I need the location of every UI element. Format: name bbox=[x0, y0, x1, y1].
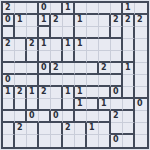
cell-r7c10[interactable] bbox=[111, 75, 123, 87]
room-clue: 2 bbox=[29, 39, 35, 49]
cell-r12c1[interactable] bbox=[3, 135, 15, 147]
cell-r8c1[interactable]: 1 bbox=[3, 87, 15, 99]
cell-r3c1[interactable] bbox=[3, 27, 15, 39]
cell-r5c8[interactable] bbox=[87, 51, 99, 63]
cell-r9c6[interactable] bbox=[63, 99, 75, 111]
cell-r9c7[interactable]: 1 bbox=[75, 99, 87, 111]
cell-r7c3[interactable] bbox=[27, 75, 39, 87]
cell-r10c2[interactable] bbox=[15, 111, 27, 123]
cell-r11c4[interactable] bbox=[39, 123, 51, 135]
cell-r1c10[interactable] bbox=[111, 3, 123, 15]
cell-r11c8[interactable]: 1 bbox=[87, 123, 99, 135]
room-clue: 2 bbox=[65, 123, 71, 133]
cell-r2c8[interactable] bbox=[87, 15, 99, 27]
cell-r12c6[interactable] bbox=[63, 135, 75, 147]
cell-r4c6[interactable]: 1 bbox=[63, 39, 75, 51]
cell-r5c3[interactable] bbox=[27, 51, 39, 63]
room-clue: 1 bbox=[41, 39, 47, 49]
cell-r11c6[interactable]: 2 bbox=[63, 123, 75, 135]
cell-r6c1[interactable] bbox=[3, 63, 15, 75]
cell-r8c5[interactable] bbox=[51, 87, 63, 99]
room-clue: 2 bbox=[125, 15, 131, 25]
cell-r1c11[interactable]: 1 bbox=[123, 3, 135, 15]
cell-r8c2[interactable]: 2 bbox=[15, 87, 27, 99]
room-clue: 0 bbox=[41, 63, 47, 73]
room-clue: 2 bbox=[101, 63, 107, 73]
cell-r10c11[interactable] bbox=[123, 111, 135, 123]
cell-r3c3[interactable] bbox=[27, 27, 39, 39]
cell-r2c5[interactable]: 2 bbox=[51, 15, 63, 27]
cell-r1c4[interactable]: 0 bbox=[39, 3, 51, 15]
room-clue: 1 bbox=[125, 63, 131, 73]
cell-r5c6[interactable] bbox=[63, 51, 75, 63]
cell-r8c6[interactable]: 1 bbox=[63, 87, 75, 99]
cell-r9c1[interactable] bbox=[3, 99, 15, 111]
room-clue: 2 bbox=[5, 39, 11, 49]
room-clue: 0 bbox=[5, 15, 11, 25]
cell-r11c7[interactable] bbox=[75, 123, 87, 135]
room-clue: 1 bbox=[5, 87, 11, 97]
cell-r11c12[interactable] bbox=[135, 123, 147, 135]
cell-r10c10[interactable]: 2 bbox=[111, 111, 123, 123]
cell-r4c11[interactable] bbox=[123, 39, 135, 51]
room-clue: 1 bbox=[65, 3, 71, 13]
room-clue: 1 bbox=[77, 15, 83, 25]
cell-r10c8[interactable] bbox=[87, 111, 99, 123]
room-clue: 1 bbox=[89, 123, 95, 133]
cell-r4c9[interactable] bbox=[99, 39, 111, 51]
room-clue: 1 bbox=[101, 99, 107, 109]
cell-r3c12[interactable] bbox=[135, 27, 147, 39]
cell-r4c12[interactable] bbox=[135, 39, 147, 51]
cell-r9c2[interactable] bbox=[15, 99, 27, 111]
cell-r12c10[interactable]: 0 bbox=[111, 135, 123, 147]
cell-r6c9[interactable]: 2 bbox=[99, 63, 111, 75]
cell-r5c7[interactable] bbox=[75, 51, 87, 63]
room-clue: 1 bbox=[65, 39, 71, 49]
cell-r5c12[interactable] bbox=[135, 51, 147, 63]
cell-r3c2[interactable] bbox=[15, 27, 27, 39]
cell-r7c9[interactable] bbox=[99, 75, 111, 87]
room-clue: 2 bbox=[41, 87, 47, 97]
cell-r10c4[interactable] bbox=[39, 111, 51, 123]
cell-r5c9[interactable] bbox=[99, 51, 111, 63]
cell-r12c2[interactable] bbox=[15, 135, 27, 147]
cell-r6c10[interactable] bbox=[111, 63, 123, 75]
room-clue: 0 bbox=[113, 135, 119, 145]
cell-r5c1[interactable] bbox=[3, 51, 15, 63]
room-clue: 1 bbox=[41, 15, 47, 25]
cell-r5c10[interactable] bbox=[111, 51, 123, 63]
heyawake-board: 201101121222221110221012121101100022210 bbox=[1, 1, 149, 149]
room-clue: 1 bbox=[77, 39, 83, 49]
cell-r6c5[interactable]: 2 bbox=[51, 63, 63, 75]
cell-r8c10[interactable]: 0 bbox=[111, 87, 123, 99]
cell-r8c11[interactable] bbox=[123, 87, 135, 99]
cell-r10c3[interactable]: 0 bbox=[27, 111, 39, 123]
cell-r7c1[interactable]: 0 bbox=[3, 75, 15, 87]
room-clue: 0 bbox=[29, 111, 35, 121]
cell-r9c11[interactable] bbox=[123, 99, 135, 111]
room-clue: 2 bbox=[113, 111, 119, 121]
cell-r7c6[interactable] bbox=[63, 75, 75, 87]
cell-r7c7[interactable] bbox=[75, 75, 87, 87]
cell-r3c5[interactable] bbox=[51, 27, 63, 39]
cell-r12c5[interactable] bbox=[51, 135, 63, 147]
cell-r11c1[interactable] bbox=[3, 123, 15, 135]
room-clue: 0 bbox=[53, 111, 59, 121]
cell-r11c9[interactable] bbox=[99, 123, 111, 135]
cell-r4c2[interactable] bbox=[15, 39, 27, 51]
cell-r8c12[interactable] bbox=[135, 87, 147, 99]
cell-r11c11[interactable] bbox=[123, 123, 135, 135]
cell-r5c5[interactable] bbox=[51, 51, 63, 63]
cell-r12c12[interactable] bbox=[135, 135, 147, 147]
cell-r6c8[interactable] bbox=[87, 63, 99, 75]
cell-r10c9[interactable] bbox=[99, 111, 111, 123]
cell-r1c2[interactable] bbox=[15, 3, 27, 15]
cell-r2c12[interactable]: 2 bbox=[135, 15, 147, 27]
cell-r4c5[interactable] bbox=[51, 39, 63, 51]
cell-r1c6[interactable]: 1 bbox=[63, 3, 75, 15]
cell-r6c12[interactable] bbox=[135, 63, 147, 75]
room-clue: 2 bbox=[53, 63, 59, 73]
cell-r12c11[interactable] bbox=[123, 135, 135, 147]
cell-r4c3[interactable]: 2 bbox=[27, 39, 39, 51]
cell-r1c7[interactable] bbox=[75, 3, 87, 15]
cell-r2c10[interactable]: 2 bbox=[111, 15, 123, 27]
cell-r6c3[interactable] bbox=[27, 63, 39, 75]
cell-r11c3[interactable] bbox=[27, 123, 39, 135]
cell-r7c8[interactable] bbox=[87, 75, 99, 87]
room-clue: 1 bbox=[65, 87, 71, 97]
cell-r5c4[interactable] bbox=[39, 51, 51, 63]
cell-r9c9[interactable]: 1 bbox=[99, 99, 111, 111]
cell-r1c8[interactable] bbox=[87, 3, 99, 15]
room-clue: 1 bbox=[125, 3, 131, 13]
cell-r7c5[interactable] bbox=[51, 75, 63, 87]
cell-r7c4[interactable] bbox=[39, 75, 51, 87]
cell-r4c7[interactable]: 1 bbox=[75, 39, 87, 51]
room-clue: 2 bbox=[137, 15, 143, 25]
cell-r1c12[interactable] bbox=[135, 3, 147, 15]
room-clue: 1 bbox=[17, 15, 23, 25]
cell-r1c9[interactable] bbox=[99, 3, 111, 15]
cell-r7c12[interactable] bbox=[135, 75, 147, 87]
cell-r3c11[interactable] bbox=[123, 27, 135, 39]
cell-r9c3[interactable] bbox=[27, 99, 39, 111]
cell-r11c2[interactable]: 2 bbox=[15, 123, 27, 135]
room-clue: 2 bbox=[17, 123, 23, 133]
cell-r5c11[interactable] bbox=[123, 51, 135, 63]
cell-r2c4[interactable]: 1 bbox=[39, 15, 51, 27]
cell-r6c2[interactable] bbox=[15, 63, 27, 75]
cell-r6c7[interactable] bbox=[75, 63, 87, 75]
cell-r9c4[interactable] bbox=[39, 99, 51, 111]
room-clue: 2 bbox=[53, 15, 59, 25]
cell-r3c8[interactable] bbox=[87, 27, 99, 39]
cell-r11c5[interactable] bbox=[51, 123, 63, 135]
cell-r3c6[interactable] bbox=[63, 27, 75, 39]
room-clue: 1 bbox=[77, 87, 83, 97]
cell-r2c3[interactable] bbox=[27, 15, 39, 27]
cell-r8c4[interactable]: 2 bbox=[39, 87, 51, 99]
room-clue: 0 bbox=[113, 87, 119, 97]
cell-r10c6[interactable] bbox=[63, 111, 75, 123]
cell-r10c5[interactable]: 0 bbox=[51, 111, 63, 123]
cell-r12c9[interactable] bbox=[99, 135, 111, 147]
room-clue: 2 bbox=[5, 3, 11, 13]
cell-r4c8[interactable] bbox=[87, 39, 99, 51]
cell-r12c7[interactable] bbox=[75, 135, 87, 147]
cell-r8c9[interactable] bbox=[99, 87, 111, 99]
cell-r9c5[interactable] bbox=[51, 99, 63, 111]
cell-r12c3[interactable] bbox=[27, 135, 39, 147]
cell-r3c9[interactable] bbox=[99, 27, 111, 39]
cell-r4c4[interactable]: 1 bbox=[39, 39, 51, 51]
cell-r9c12[interactable]: 0 bbox=[135, 99, 147, 111]
cell-r5c2[interactable] bbox=[15, 51, 27, 63]
cell-r8c8[interactable] bbox=[87, 87, 99, 99]
cell-r7c11[interactable] bbox=[123, 75, 135, 87]
cell-r2c7[interactable]: 1 bbox=[75, 15, 87, 27]
room-clue: 2 bbox=[113, 15, 119, 25]
cell-r2c9[interactable] bbox=[99, 15, 111, 27]
cell-r7c2[interactable] bbox=[15, 75, 27, 87]
room-clue: 2 bbox=[17, 87, 23, 97]
cell-r9c8[interactable] bbox=[87, 99, 99, 111]
cell-r8c7[interactable]: 1 bbox=[75, 87, 87, 99]
cell-r12c8[interactable] bbox=[87, 135, 99, 147]
cell-r8c3[interactable]: 1 bbox=[27, 87, 39, 99]
cell-r10c1[interactable] bbox=[3, 111, 15, 123]
cell-r9c10[interactable] bbox=[111, 99, 123, 111]
cell-r1c3[interactable] bbox=[27, 3, 39, 15]
cell-r6c4[interactable]: 0 bbox=[39, 63, 51, 75]
cell-r1c1[interactable]: 2 bbox=[3, 3, 15, 15]
room-clue: 0 bbox=[41, 3, 47, 13]
cell-r4c10[interactable] bbox=[111, 39, 123, 51]
cell-r4c1[interactable]: 2 bbox=[3, 39, 15, 51]
cell-r10c7[interactable] bbox=[75, 111, 87, 123]
cell-r10c12[interactable] bbox=[135, 111, 147, 123]
cell-r11c10[interactable] bbox=[111, 123, 123, 135]
cell-r1c5[interactable] bbox=[51, 3, 63, 15]
cell-r6c6[interactable] bbox=[63, 63, 75, 75]
cell-r3c4[interactable] bbox=[39, 27, 51, 39]
cell-r2c11[interactable]: 2 bbox=[123, 15, 135, 27]
room-clue: 0 bbox=[137, 99, 143, 109]
cell-r12c4[interactable] bbox=[39, 135, 51, 147]
room-clue: 0 bbox=[5, 75, 11, 85]
cell-r6c11[interactable]: 1 bbox=[123, 63, 135, 75]
cell-r2c1[interactable]: 0 bbox=[3, 15, 15, 27]
cell-r3c7[interactable] bbox=[75, 27, 87, 39]
room-clue: 1 bbox=[77, 99, 83, 109]
cell-r2c2[interactable]: 1 bbox=[15, 15, 27, 27]
cell-r3c10[interactable] bbox=[111, 27, 123, 39]
cell-r2c6[interactable] bbox=[63, 15, 75, 27]
room-clue: 1 bbox=[29, 87, 35, 97]
